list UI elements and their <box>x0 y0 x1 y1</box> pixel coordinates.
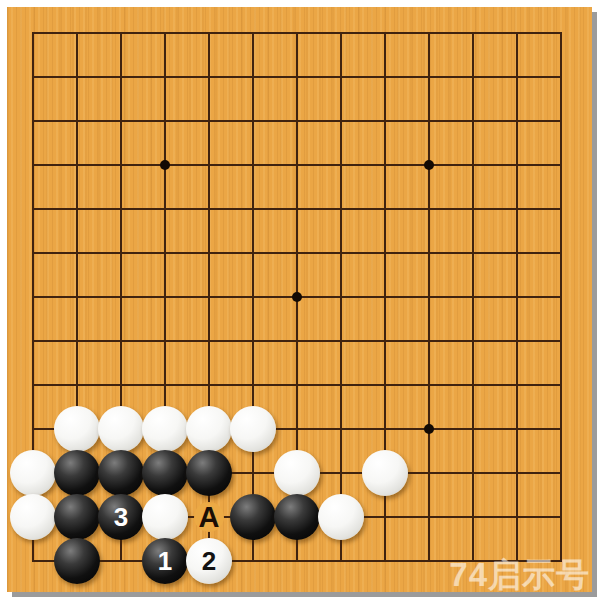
black-stone <box>54 538 100 584</box>
move-label-2: 2 <box>186 538 232 584</box>
white-stone <box>54 406 100 452</box>
grid-line-vertical <box>516 32 518 562</box>
black-stone <box>274 494 320 540</box>
white-stone <box>362 450 408 496</box>
white-stone <box>10 494 56 540</box>
grid-line-horizontal <box>32 340 562 342</box>
page: 312A 74启示号 <box>0 0 600 600</box>
move-label-3: 3 <box>98 494 144 540</box>
white-stone <box>230 406 276 452</box>
black-stone <box>54 450 100 496</box>
grid-line-vertical <box>560 32 562 562</box>
watermark: 74启示号 <box>449 553 590 598</box>
point-label-A: A <box>186 494 232 540</box>
black-stone <box>186 450 232 496</box>
star-point <box>160 160 170 170</box>
go-board: 312A <box>7 7 592 592</box>
white-stone <box>142 406 188 452</box>
white-stone <box>98 406 144 452</box>
white-stone <box>318 494 364 540</box>
black-stone <box>98 450 144 496</box>
star-point <box>424 160 434 170</box>
white-stone <box>10 450 56 496</box>
star-point <box>424 424 434 434</box>
grid-line-horizontal <box>32 384 562 386</box>
black-stone <box>142 450 188 496</box>
grid-line-vertical <box>428 32 430 562</box>
move-label-1: 1 <box>142 538 188 584</box>
white-stone <box>186 406 232 452</box>
black-stone <box>54 494 100 540</box>
white-stone <box>142 494 188 540</box>
white-stone <box>274 450 320 496</box>
grid-line-vertical <box>340 32 342 562</box>
black-stone <box>230 494 276 540</box>
grid-line-vertical <box>472 32 474 562</box>
star-point <box>292 292 302 302</box>
